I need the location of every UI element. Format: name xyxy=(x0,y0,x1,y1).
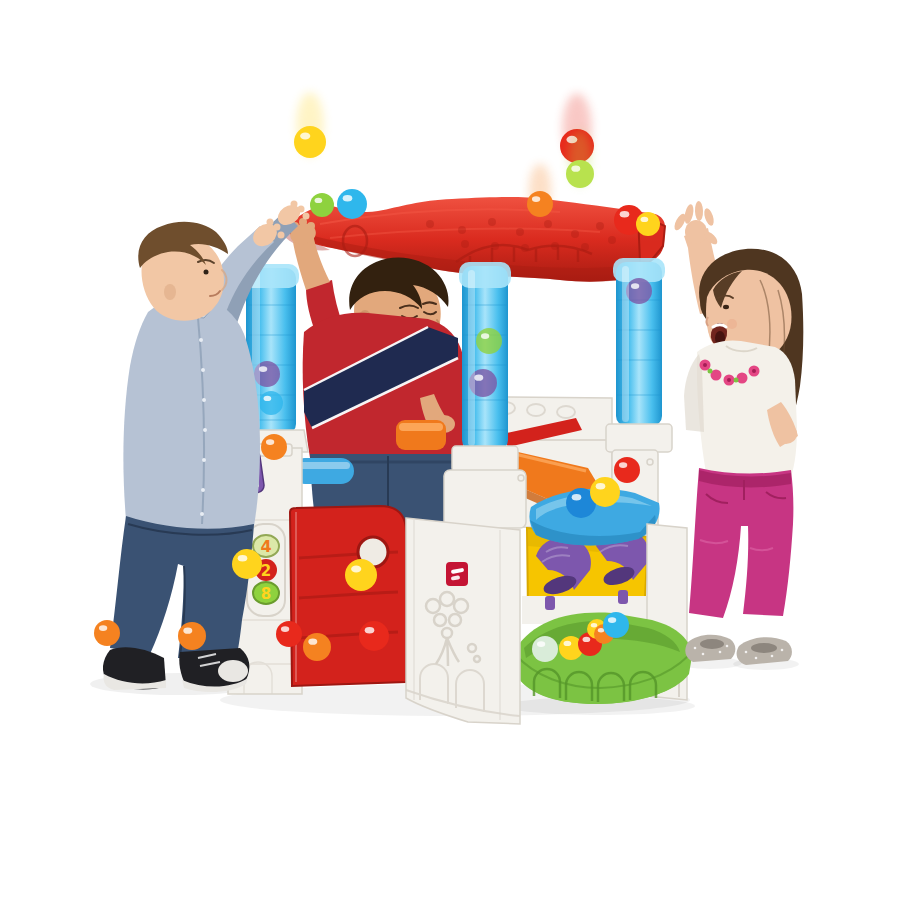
tower-base xyxy=(452,446,518,472)
ball-orange xyxy=(261,434,287,460)
ball-green xyxy=(476,328,502,354)
ball-yellow xyxy=(345,559,377,591)
ball-red xyxy=(276,621,302,647)
tower-base xyxy=(606,424,672,452)
orange-ledge-highlight xyxy=(399,423,443,431)
ball-yellow xyxy=(232,549,262,579)
playhouse-scene: 4 2 8 xyxy=(0,0,900,900)
tower-base-lower xyxy=(444,470,526,528)
ball-blue xyxy=(603,612,629,638)
child-left-ear xyxy=(164,284,176,300)
ball-green xyxy=(310,193,334,217)
ball-red xyxy=(614,457,640,483)
right-wing xyxy=(514,477,692,704)
ball-red xyxy=(359,621,389,651)
number-4: 4 xyxy=(260,537,271,556)
brand-logo xyxy=(446,562,468,586)
number-2: 2 xyxy=(261,562,271,580)
tower-gloss xyxy=(622,266,629,422)
ball-orange xyxy=(178,622,206,650)
blue-rail-highlight xyxy=(296,462,350,469)
number-8: 8 xyxy=(261,585,271,603)
chute-foot xyxy=(545,596,555,610)
child-right-hand xyxy=(672,201,719,247)
ball-orange xyxy=(303,633,331,661)
ball-orange xyxy=(527,164,553,217)
tower-gloss xyxy=(468,270,475,446)
red-door xyxy=(290,506,406,686)
corner-post xyxy=(406,518,520,724)
ball-mint xyxy=(532,636,558,662)
ball-yellow xyxy=(636,212,660,236)
child-right-pants xyxy=(689,468,793,618)
ball-blue xyxy=(259,391,283,415)
photo-stage: 4 2 8 xyxy=(0,0,900,900)
ball-purple xyxy=(626,278,652,304)
child-right-fist xyxy=(775,424,797,444)
child-right-shoe-right xyxy=(737,637,792,665)
chute-foot xyxy=(618,590,628,604)
child-left-torso xyxy=(123,295,260,531)
ball-yellow xyxy=(590,477,620,507)
ball-blue xyxy=(337,189,367,219)
child-left-shoe-back xyxy=(103,647,166,690)
child-left-shoe-front xyxy=(179,648,249,692)
child-right-shoe-left xyxy=(685,635,735,662)
child-right xyxy=(672,201,803,665)
ball-orange xyxy=(94,620,120,646)
tower-cap xyxy=(459,262,511,288)
ball-yellow xyxy=(294,92,326,158)
